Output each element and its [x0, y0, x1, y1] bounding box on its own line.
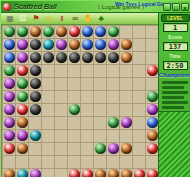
black-ball[interactable]: [82, 52, 93, 63]
black-ball[interactable]: [56, 52, 67, 63]
black-ball[interactable]: [43, 52, 54, 63]
purple-ball[interactable]: [4, 104, 15, 115]
panel-zigzag-decoration: [159, 111, 190, 177]
time-value: 2:50: [163, 61, 188, 70]
brown-ball[interactable]: [147, 130, 158, 141]
black-ball[interactable]: [30, 91, 41, 102]
level-value: 1: [163, 23, 188, 32]
purple-ball[interactable]: [17, 52, 28, 63]
green-ball[interactable]: [43, 26, 54, 37]
black-ball[interactable]: [30, 52, 41, 63]
brown-ball[interactable]: [121, 52, 132, 63]
champion-row: [162, 91, 188, 94]
black-ball[interactable]: [95, 52, 106, 63]
pause-icon[interactable]: ‖: [57, 14, 67, 24]
green-ball[interactable]: [17, 91, 28, 102]
teal-ball[interactable]: [43, 39, 54, 50]
green-ball[interactable]: [108, 26, 119, 37]
brown-ball[interactable]: [17, 143, 28, 154]
binoculars-icon[interactable]: ∞: [70, 14, 80, 24]
title-bar[interactable]: Scattred Ball ( Logical games ) Win Toys…: [1, 1, 190, 13]
teal-ball[interactable]: [30, 130, 41, 141]
green-ball[interactable]: [17, 26, 28, 37]
maximize-button[interactable]: □: [172, 3, 180, 11]
level-label: LEVEL: [161, 14, 190, 22]
toolbar: ▦⚄⚑◎‖∞✋♣: [1, 13, 158, 25]
purple-ball[interactable]: [108, 39, 119, 50]
blue-ball[interactable]: [82, 39, 93, 50]
hand-icon[interactable]: ✋: [83, 14, 93, 24]
purple-ball[interactable]: [4, 78, 15, 89]
purple-ball[interactable]: [147, 104, 158, 115]
purple-ball[interactable]: [4, 91, 15, 102]
score-value: 137: [163, 42, 188, 51]
black-ball[interactable]: [108, 52, 119, 63]
purple-ball[interactable]: [17, 130, 28, 141]
black-ball[interactable]: [30, 78, 41, 89]
ring-icon[interactable]: ◎: [44, 14, 54, 24]
window-buttons: _ □ x: [163, 3, 189, 11]
red-white-ball[interactable]: [147, 65, 158, 76]
green-ball[interactable]: [4, 26, 15, 37]
brown-ball[interactable]: [17, 117, 28, 128]
time-label: Time: [161, 52, 190, 60]
brown-ball[interactable]: [4, 169, 15, 177]
purple-ball[interactable]: [108, 143, 119, 154]
board-icon[interactable]: ▦: [5, 14, 15, 24]
champion-row: [162, 106, 184, 109]
teal-ball[interactable]: [17, 169, 28, 177]
brown-ball[interactable]: [56, 26, 67, 37]
black-ball[interactable]: [30, 65, 41, 76]
side-panel: LEVEL 1 Score 137 Time 2:50 Champions: [158, 13, 190, 177]
purple-ball[interactable]: [30, 169, 41, 177]
champion-row: [162, 96, 184, 99]
blue-ball[interactable]: [4, 52, 15, 63]
purple-ball[interactable]: [17, 39, 28, 50]
red-white-ball[interactable]: [69, 26, 80, 37]
purple-ball[interactable]: [4, 117, 15, 128]
brown-ball[interactable]: [121, 39, 132, 50]
brown-ball[interactable]: [69, 39, 80, 50]
green-ball[interactable]: [147, 91, 158, 102]
app-ball-icon: [3, 3, 11, 11]
green-ball[interactable]: [95, 143, 106, 154]
purple-ball[interactable]: [4, 130, 15, 141]
blue-ball[interactable]: [82, 26, 93, 37]
champion-row: [162, 101, 188, 104]
black-ball[interactable]: [69, 52, 80, 63]
score-label: Score: [161, 33, 190, 41]
champions-list: [159, 79, 190, 109]
dice-icon[interactable]: ⚄: [18, 14, 28, 24]
brown-ball[interactable]: [121, 143, 132, 154]
tree-icon[interactable]: ♣: [96, 14, 106, 24]
minimize-button[interactable]: _: [163, 3, 171, 11]
red-white-ball[interactable]: [147, 143, 158, 154]
brown-ball[interactable]: [95, 169, 106, 177]
close-button[interactable]: x: [181, 3, 189, 11]
window-title: Scattred Ball: [14, 3, 57, 10]
champion-row: [162, 81, 188, 84]
black-ball[interactable]: [30, 39, 41, 50]
red-white-ball[interactable]: [17, 104, 28, 115]
flag-icon[interactable]: ⚑: [31, 14, 41, 24]
green-ball[interactable]: [4, 65, 15, 76]
red-white-ball[interactable]: [134, 169, 145, 177]
champions-title: Champions: [159, 72, 190, 78]
purple-ball[interactable]: [56, 39, 67, 50]
champion-row: [162, 86, 184, 89]
blue-ball[interactable]: [95, 39, 106, 50]
red-white-ball[interactable]: [147, 169, 158, 177]
black-ball[interactable]: [30, 104, 41, 115]
blue-ball[interactable]: [95, 26, 106, 37]
red-white-ball[interactable]: [17, 65, 28, 76]
purple-ball[interactable]: [121, 117, 132, 128]
green-ball[interactable]: [108, 117, 119, 128]
brown-ball[interactable]: [121, 169, 132, 177]
blue-ball[interactable]: [147, 117, 158, 128]
brown-ball[interactable]: [30, 26, 41, 37]
red-white-ball[interactable]: [82, 169, 93, 177]
red-white-ball[interactable]: [69, 169, 80, 177]
green-ball[interactable]: [17, 78, 28, 89]
red-white-ball[interactable]: [4, 143, 15, 154]
game-board[interactable]: [1, 25, 158, 177]
blue-ball[interactable]: [4, 39, 15, 50]
green-ball[interactable]: [69, 104, 80, 115]
brown-ball[interactable]: [108, 169, 119, 177]
game-window: Scattred Ball ( Logical games ) Win Toys…: [0, 0, 190, 177]
